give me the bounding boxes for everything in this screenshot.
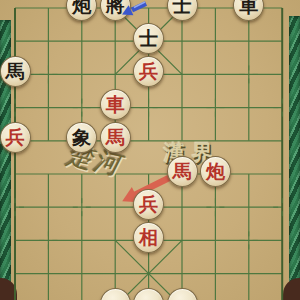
red-cannon[interactable]: 炮	[200, 156, 231, 187]
red-piece-cutoff[interactable]	[167, 288, 198, 300]
red-horse[interactable]: 馬	[167, 156, 198, 187]
piece-label: 兵	[139, 195, 158, 214]
red-elephant[interactable]: 相	[133, 222, 164, 253]
piece-label: 馬	[106, 128, 125, 147]
piece-label: 車	[239, 0, 258, 15]
piece-label: 炮	[72, 0, 91, 15]
black-cannon[interactable]: 炮	[66, 0, 97, 21]
piece-label: 士	[139, 29, 158, 48]
xiangqi-board[interactable]: 楚河 漢界 炮將士車士馬兵車兵象馬馬炮兵相	[0, 0, 300, 300]
red-soldier[interactable]: 兵	[133, 189, 164, 220]
black-advisor[interactable]: 士	[167, 0, 198, 21]
red-chariot[interactable]: 車	[100, 89, 131, 120]
pieces-layer: 炮將士車士馬兵車兵象馬馬炮兵相	[0, 0, 300, 300]
red-soldier[interactable]: 兵	[133, 56, 164, 87]
black-advisor[interactable]: 士	[133, 23, 164, 54]
red-piece-cutoff[interactable]	[100, 288, 131, 300]
piece-label: 兵	[6, 128, 25, 147]
red-horse[interactable]: 馬	[100, 122, 131, 153]
red-piece-cutoff[interactable]	[133, 288, 164, 300]
black-chariot[interactable]: 車	[233, 0, 264, 21]
piece-label: 象	[72, 128, 91, 147]
red-soldier[interactable]: 兵	[0, 122, 31, 153]
black-horse[interactable]: 馬	[0, 56, 31, 87]
piece-label: 兵	[139, 62, 158, 81]
piece-label: 車	[106, 95, 125, 114]
piece-label: 相	[139, 228, 158, 247]
cursor-arrow-icon	[121, 0, 149, 17]
piece-label: 馬	[6, 62, 25, 81]
black-elephant[interactable]: 象	[66, 122, 97, 153]
piece-label: 炮	[206, 162, 225, 181]
piece-label: 馬	[173, 162, 192, 181]
piece-label: 士	[173, 0, 192, 15]
